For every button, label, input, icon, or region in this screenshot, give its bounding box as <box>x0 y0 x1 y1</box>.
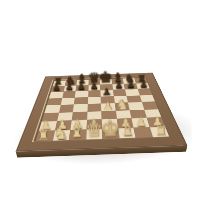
chess-board: ♜♞♝♛♚♝♞♜♟♟♟♟♟♟♟♟♟♞♟♟♟♟♟♟♟♜♞♝♛♚♝♜ <box>36 78 170 142</box>
camera-tilt: ♜♞♝♛♚♝♞♜♟♟♟♟♟♟♟♟♟♞♟♟♟♟♟♟♟♜♞♝♛♚♝♜ <box>0 0 200 200</box>
piece-black-queen-d8: ♛ <box>87 71 100 85</box>
square-c2: ♟ <box>70 120 86 130</box>
piece-black-knight-b8: ♞ <box>65 74 76 86</box>
square-h1: ♜ <box>149 126 169 137</box>
square-e5 <box>101 96 115 103</box>
square-b3 <box>57 112 73 121</box>
square-h4 <box>141 102 158 110</box>
square-c6 <box>75 91 88 98</box>
square-c1: ♝ <box>69 129 86 140</box>
square-e4: ♟ <box>101 103 116 111</box>
piece-white-rook-h1: ♜ <box>154 124 167 138</box>
chess-board-frame: ♜♞♝♛♚♝♞♜♟♟♟♟♟♟♟♟♟♞♟♟♟♟♟♟♟♜♞♝♛♚♝♜ <box>16 73 188 152</box>
square-d2: ♟ <box>86 119 102 129</box>
square-h3 <box>144 109 162 118</box>
square-e1: ♚ <box>102 128 119 139</box>
product-photo: ♜♞♝♛♚♝♞♜♟♟♟♟♟♟♟♟♟♞♟♟♟♟♟♟♟♜♞♝♛♚♝♜ <box>0 0 200 200</box>
square-d5 <box>87 97 101 104</box>
square-b1: ♞ <box>52 130 70 141</box>
square-c5 <box>74 97 88 104</box>
piece-black-bishop-c8: ♝ <box>76 73 87 86</box>
square-g1 <box>133 127 152 138</box>
piece-white-rook-a1: ♜ <box>37 128 50 142</box>
square-d1: ♛ <box>86 129 103 140</box>
square-a2: ♟ <box>39 121 57 131</box>
square-h5 <box>139 95 155 102</box>
square-e3 <box>101 111 116 120</box>
square-b5 <box>60 98 74 105</box>
